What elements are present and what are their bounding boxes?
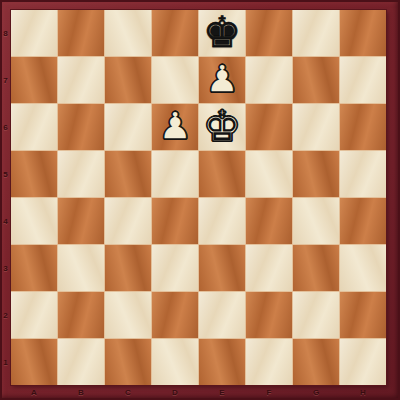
square-h6[interactable] <box>340 104 386 150</box>
square-a8[interactable] <box>11 10 57 56</box>
rank-label-8: 8 <box>3 29 7 38</box>
square-d8[interactable] <box>152 10 198 56</box>
square-a3[interactable] <box>11 245 57 291</box>
square-e1[interactable] <box>199 339 245 385</box>
square-h7[interactable] <box>340 57 386 103</box>
square-g8[interactable] <box>293 10 339 56</box>
square-g1[interactable] <box>293 339 339 385</box>
chess-board: ♚♟♟♚ <box>11 10 386 385</box>
square-c7[interactable] <box>105 57 151 103</box>
square-f7[interactable] <box>246 57 292 103</box>
square-b6[interactable] <box>58 104 104 150</box>
square-e4[interactable] <box>199 198 245 244</box>
square-h3[interactable] <box>340 245 386 291</box>
square-d6[interactable]: ♟ <box>152 104 198 150</box>
square-c5[interactable] <box>105 151 151 197</box>
square-b8[interactable] <box>58 10 104 56</box>
file-label-g: G <box>313 388 319 397</box>
square-a5[interactable] <box>11 151 57 197</box>
rank-label-3: 3 <box>3 264 7 273</box>
rank-label-2: 2 <box>3 311 7 320</box>
square-g2[interactable] <box>293 292 339 338</box>
square-f8[interactable] <box>246 10 292 56</box>
square-c8[interactable] <box>105 10 151 56</box>
square-g5[interactable] <box>293 151 339 197</box>
file-label-b: B <box>78 388 84 397</box>
square-e8[interactable]: ♚ <box>199 10 245 56</box>
square-e6[interactable]: ♚ <box>199 104 245 150</box>
file-label-d: D <box>172 388 178 397</box>
square-a7[interactable] <box>11 57 57 103</box>
square-g3[interactable] <box>293 245 339 291</box>
file-label-a: A <box>31 388 37 397</box>
square-e5[interactable] <box>199 151 245 197</box>
square-d5[interactable] <box>152 151 198 197</box>
square-b7[interactable] <box>58 57 104 103</box>
square-f3[interactable] <box>246 245 292 291</box>
square-a4[interactable] <box>11 198 57 244</box>
square-e7[interactable]: ♟ <box>199 57 245 103</box>
square-c1[interactable] <box>105 339 151 385</box>
square-b2[interactable] <box>58 292 104 338</box>
square-h8[interactable] <box>340 10 386 56</box>
rank-label-4: 4 <box>3 217 7 226</box>
square-b1[interactable] <box>58 339 104 385</box>
square-h2[interactable] <box>340 292 386 338</box>
square-f6[interactable] <box>246 104 292 150</box>
square-f2[interactable] <box>246 292 292 338</box>
square-d7[interactable] <box>152 57 198 103</box>
rank-label-7: 7 <box>3 76 7 85</box>
square-e2[interactable] <box>199 292 245 338</box>
square-c2[interactable] <box>105 292 151 338</box>
file-label-h: H <box>360 388 366 397</box>
file-label-e: E <box>219 388 224 397</box>
square-f5[interactable] <box>246 151 292 197</box>
piece-white-pawn[interactable]: ♟ <box>158 107 192 145</box>
square-h5[interactable] <box>340 151 386 197</box>
file-label-f: F <box>267 388 272 397</box>
board-frame: ♚♟♟♚ 87654321ABCDEFGH <box>0 0 400 400</box>
square-f4[interactable] <box>246 198 292 244</box>
rank-label-5: 5 <box>3 170 7 179</box>
square-b4[interactable] <box>58 198 104 244</box>
square-g4[interactable] <box>293 198 339 244</box>
piece-white-king[interactable]: ♚ <box>203 105 242 148</box>
square-c6[interactable] <box>105 104 151 150</box>
square-e3[interactable] <box>199 245 245 291</box>
piece-black-king[interactable]: ♚ <box>203 11 242 54</box>
square-h4[interactable] <box>340 198 386 244</box>
square-b5[interactable] <box>58 151 104 197</box>
square-d2[interactable] <box>152 292 198 338</box>
square-a2[interactable] <box>11 292 57 338</box>
rank-label-1: 1 <box>3 358 7 367</box>
rank-label-6: 6 <box>3 123 7 132</box>
square-h1[interactable] <box>340 339 386 385</box>
piece-white-pawn[interactable]: ♟ <box>205 60 239 98</box>
square-c4[interactable] <box>105 198 151 244</box>
square-d1[interactable] <box>152 339 198 385</box>
square-a6[interactable] <box>11 104 57 150</box>
square-d3[interactable] <box>152 245 198 291</box>
square-c3[interactable] <box>105 245 151 291</box>
square-g6[interactable] <box>293 104 339 150</box>
square-g7[interactable] <box>293 57 339 103</box>
square-d4[interactable] <box>152 198 198 244</box>
square-b3[interactable] <box>58 245 104 291</box>
square-f1[interactable] <box>246 339 292 385</box>
square-a1[interactable] <box>11 339 57 385</box>
file-label-c: C <box>125 388 131 397</box>
